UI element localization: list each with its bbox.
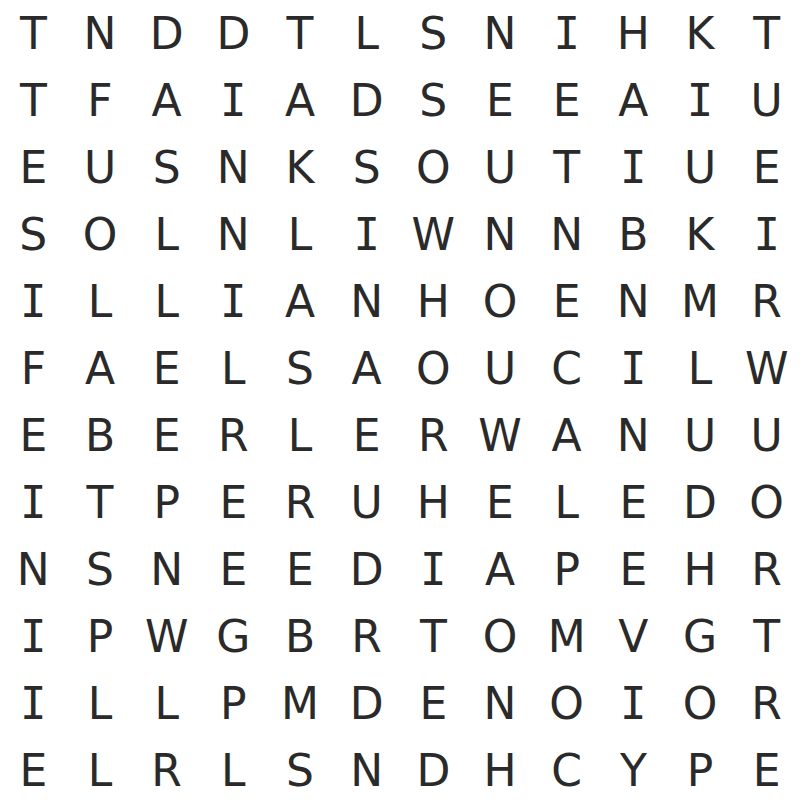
cell-r12c12[interactable]: E [733, 737, 800, 804]
cell-r11c9[interactable]: O [533, 670, 600, 737]
cell-r7c9[interactable]: A [533, 402, 600, 469]
cell-r5c4[interactable]: I [200, 268, 267, 335]
cell-r12c9[interactable]: C [533, 737, 600, 804]
cell-r1c6[interactable]: L [333, 0, 400, 67]
cell-r5c9[interactable]: E [533, 268, 600, 335]
cell-r6c1[interactable]: F [0, 335, 67, 402]
cell-r3c9[interactable]: T [533, 134, 600, 201]
cell-r10c10[interactable]: V [600, 603, 667, 670]
cell-r7c5[interactable]: L [267, 402, 334, 469]
cell-r4c1[interactable]: S [0, 201, 67, 268]
cell-r7c4[interactable]: R [200, 402, 267, 469]
word-search-grid: TNDDTLSNIHKTTFAIADSEEAIUEUSNKSOUTIUESOLN… [0, 0, 800, 804]
cell-r6c12[interactable]: W [733, 335, 800, 402]
cell-r10c11[interactable]: G [667, 603, 734, 670]
cell-r3c6[interactable]: S [333, 134, 400, 201]
cell-r9c12[interactable]: R [733, 536, 800, 603]
cell-r3c10[interactable]: I [600, 134, 667, 201]
cell-r2c7[interactable]: S [400, 67, 467, 134]
cell-r9c8[interactable]: A [467, 536, 534, 603]
cell-r5c11[interactable]: M [667, 268, 734, 335]
cell-r2c2[interactable]: F [67, 67, 134, 134]
cell-r4c6[interactable]: I [333, 201, 400, 268]
cell-r12c6[interactable]: N [333, 737, 400, 804]
cell-r10c4[interactable]: G [200, 603, 267, 670]
cell-r9c3[interactable]: N [133, 536, 200, 603]
cell-r4c5[interactable]: L [267, 201, 334, 268]
cell-r9c1[interactable]: N [0, 536, 67, 603]
cell-r11c8[interactable]: N [467, 670, 534, 737]
cell-r7c12[interactable]: U [733, 402, 800, 469]
cell-r9c9[interactable]: P [533, 536, 600, 603]
cell-r11c1[interactable]: I [0, 670, 67, 737]
cell-r1c10[interactable]: H [600, 0, 667, 67]
cell-r6c5[interactable]: S [267, 335, 334, 402]
cell-r1c12[interactable]: T [733, 0, 800, 67]
cell-r2c4[interactable]: I [200, 67, 267, 134]
cell-r8c7[interactable]: H [400, 469, 467, 536]
cell-r10c8[interactable]: O [467, 603, 534, 670]
cell-r4c12[interactable]: I [733, 201, 800, 268]
cell-r1c3[interactable]: D [133, 0, 200, 67]
cell-r6c4[interactable]: L [200, 335, 267, 402]
cell-r11c12[interactable]: R [733, 670, 800, 737]
cell-r11c2[interactable]: L [67, 670, 134, 737]
cell-r1c9[interactable]: I [533, 0, 600, 67]
cell-r12c1[interactable]: E [0, 737, 67, 804]
cell-r2c8[interactable]: E [467, 67, 534, 134]
cell-r9c4[interactable]: E [200, 536, 267, 603]
cell-r7c1[interactable]: E [0, 402, 67, 469]
cell-r3c12[interactable]: E [733, 134, 800, 201]
cell-r5c1[interactable]: I [0, 268, 67, 335]
cell-r5c10[interactable]: N [600, 268, 667, 335]
cell-r8c9[interactable]: L [533, 469, 600, 536]
cell-r10c5[interactable]: B [267, 603, 334, 670]
cell-r12c2[interactable]: L [67, 737, 134, 804]
cell-r8c5[interactable]: R [267, 469, 334, 536]
cell-r1c8[interactable]: N [467, 0, 534, 67]
cell-r4c7[interactable]: W [400, 201, 467, 268]
cell-r10c7[interactable]: T [400, 603, 467, 670]
cell-r12c5[interactable]: S [267, 737, 334, 804]
cell-r2c5[interactable]: A [267, 67, 334, 134]
cell-r3c2[interactable]: U [67, 134, 134, 201]
cell-r5c6[interactable]: N [333, 268, 400, 335]
cell-r6c8[interactable]: U [467, 335, 534, 402]
cell-r7c11[interactable]: U [667, 402, 734, 469]
cell-r9c2[interactable]: S [67, 536, 134, 603]
cell-r5c3[interactable]: L [133, 268, 200, 335]
cell-r5c12[interactable]: R [733, 268, 800, 335]
cell-r11c4[interactable]: P [200, 670, 267, 737]
cell-r9c11[interactable]: H [667, 536, 734, 603]
cell-r3c8[interactable]: U [467, 134, 534, 201]
cell-r5c7[interactable]: H [400, 268, 467, 335]
cell-r12c4[interactable]: L [200, 737, 267, 804]
cell-r8c6[interactable]: U [333, 469, 400, 536]
cell-r6c10[interactable]: I [600, 335, 667, 402]
cell-r2c1[interactable]: T [0, 67, 67, 134]
cell-r10c3[interactable]: W [133, 603, 200, 670]
cell-r3c11[interactable]: U [667, 134, 734, 201]
cell-r1c7[interactable]: S [400, 0, 467, 67]
cell-r12c11[interactable]: P [667, 737, 734, 804]
cell-r10c12[interactable]: T [733, 603, 800, 670]
cell-r3c1[interactable]: E [0, 134, 67, 201]
cell-r5c5[interactable]: A [267, 268, 334, 335]
cell-r2c9[interactable]: E [533, 67, 600, 134]
cell-r3c7[interactable]: O [400, 134, 467, 201]
cell-r11c5[interactable]: M [267, 670, 334, 737]
cell-r12c10[interactable]: Y [600, 737, 667, 804]
cell-r3c3[interactable]: S [133, 134, 200, 201]
cell-r3c4[interactable]: N [200, 134, 267, 201]
cell-r4c10[interactable]: B [600, 201, 667, 268]
cell-r5c2[interactable]: L [67, 268, 134, 335]
cell-r7c2[interactable]: B [67, 402, 134, 469]
cell-r8c11[interactable]: D [667, 469, 734, 536]
cell-r11c6[interactable]: D [333, 670, 400, 737]
cell-r4c8[interactable]: N [467, 201, 534, 268]
cell-r1c11[interactable]: K [667, 0, 734, 67]
cell-r4c2[interactable]: O [67, 201, 134, 268]
cell-r1c5[interactable]: T [267, 0, 334, 67]
cell-r6c11[interactable]: L [667, 335, 734, 402]
cell-r9c6[interactable]: D [333, 536, 400, 603]
cell-r11c3[interactable]: L [133, 670, 200, 737]
cell-r11c7[interactable]: E [400, 670, 467, 737]
cell-r4c11[interactable]: K [667, 201, 734, 268]
cell-r6c6[interactable]: A [333, 335, 400, 402]
cell-r4c4[interactable]: N [200, 201, 267, 268]
cell-r1c2[interactable]: N [67, 0, 134, 67]
cell-r2c3[interactable]: A [133, 67, 200, 134]
cell-r7c7[interactable]: R [400, 402, 467, 469]
cell-r8c8[interactable]: E [467, 469, 534, 536]
cell-r6c7[interactable]: O [400, 335, 467, 402]
cell-r11c10[interactable]: I [600, 670, 667, 737]
cell-r8c4[interactable]: E [200, 469, 267, 536]
cell-r6c2[interactable]: A [67, 335, 134, 402]
cell-r8c2[interactable]: T [67, 469, 134, 536]
cell-r1c4[interactable]: D [200, 0, 267, 67]
cell-r9c7[interactable]: I [400, 536, 467, 603]
cell-r2c10[interactable]: A [600, 67, 667, 134]
cell-r2c11[interactable]: I [667, 67, 734, 134]
cell-r4c9[interactable]: N [533, 201, 600, 268]
cell-r4c3[interactable]: L [133, 201, 200, 268]
cell-r11c11[interactable]: O [667, 670, 734, 737]
cell-r7c6[interactable]: E [333, 402, 400, 469]
cell-r8c1[interactable]: I [0, 469, 67, 536]
cell-r2c12[interactable]: U [733, 67, 800, 134]
cell-r12c8[interactable]: H [467, 737, 534, 804]
word-search-page: TNDDTLSNIHKTTFAIADSEEAIUEUSNKSOUTIUESOLN… [0, 0, 800, 804]
cell-r8c3[interactable]: P [133, 469, 200, 536]
cell-r9c5[interactable]: E [267, 536, 334, 603]
cell-r5c8[interactable]: O [467, 268, 534, 335]
cell-r7c10[interactable]: N [600, 402, 667, 469]
cell-r10c1[interactable]: I [0, 603, 67, 670]
cell-r10c2[interactable]: P [67, 603, 134, 670]
cell-r10c6[interactable]: R [333, 603, 400, 670]
cell-r8c10[interactable]: E [600, 469, 667, 536]
cell-r6c9[interactable]: C [533, 335, 600, 402]
cell-r7c8[interactable]: W [467, 402, 534, 469]
cell-r1c1[interactable]: T [0, 0, 67, 67]
cell-r7c3[interactable]: E [133, 402, 200, 469]
cell-r9c10[interactable]: E [600, 536, 667, 603]
cell-r6c3[interactable]: E [133, 335, 200, 402]
cell-r12c3[interactable]: R [133, 737, 200, 804]
cell-r10c9[interactable]: M [533, 603, 600, 670]
cell-r8c12[interactable]: O [733, 469, 800, 536]
cell-r3c5[interactable]: K [267, 134, 334, 201]
cell-r12c7[interactable]: D [400, 737, 467, 804]
cell-r2c6[interactable]: D [333, 67, 400, 134]
